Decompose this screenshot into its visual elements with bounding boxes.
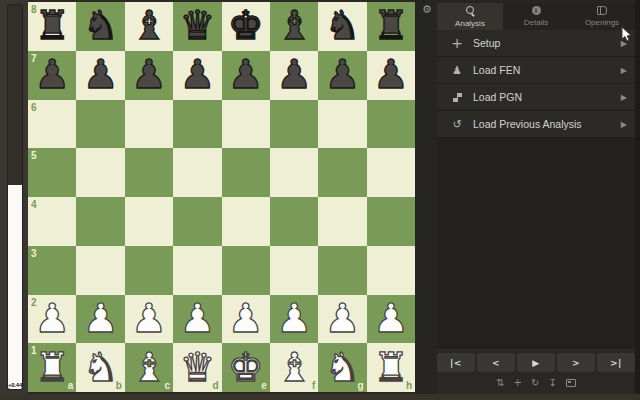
square-f6[interactable] bbox=[270, 100, 318, 149]
piece-white-pawn[interactable]: ♟ bbox=[373, 298, 409, 338]
piece-white-knight[interactable]: ♞ bbox=[325, 347, 361, 387]
square-a8[interactable]: 8♜ bbox=[28, 2, 76, 51]
rank-label: 4 bbox=[31, 199, 37, 210]
piece-black-knight[interactable]: ♞ bbox=[83, 5, 119, 45]
piece-white-knight[interactable]: ♞ bbox=[83, 347, 119, 387]
magnifier-icon bbox=[465, 6, 475, 16]
flip-board-icon[interactable]: ⇅ bbox=[496, 377, 504, 388]
plus-icon: + bbox=[450, 35, 464, 51]
square-g5[interactable] bbox=[318, 148, 366, 197]
square-h5[interactable] bbox=[367, 148, 415, 197]
chevron-right-icon: ▶ bbox=[621, 93, 627, 102]
rank-label: 5 bbox=[31, 150, 37, 161]
square-g7[interactable]: ♟ bbox=[318, 51, 366, 100]
eval-score: +0.44 bbox=[7, 382, 23, 388]
square-g8[interactable]: ♞ bbox=[318, 2, 366, 51]
chess-analysis-app: +0.44 8♜♞♝♛♚♝♞♜7♟♟♟♟♟♟♟♟65432♟♟♟♟♟♟♟♟1a♜… bbox=[0, 0, 640, 400]
piece-white-pawn[interactable]: ♟ bbox=[131, 298, 167, 338]
piece-black-pawn[interactable]: ♟ bbox=[131, 54, 167, 94]
file-label: f bbox=[312, 380, 315, 391]
square-d8[interactable]: ♛ bbox=[173, 2, 221, 51]
piece-black-king[interactable]: ♚ bbox=[228, 5, 264, 45]
square-f7[interactable]: ♟ bbox=[270, 51, 318, 100]
square-e6[interactable] bbox=[222, 100, 270, 149]
chess-board: 8♜♞♝♛♚♝♞♜7♟♟♟♟♟♟♟♟65432♟♟♟♟♟♟♟♟1a♜b♞c♝d♛… bbox=[28, 2, 415, 392]
square-d6[interactable] bbox=[173, 100, 221, 149]
tab-bar: Analysis Details Openings bbox=[437, 3, 635, 30]
board-image-icon[interactable] bbox=[566, 379, 576, 387]
piece-black-pawn[interactable]: ♟ bbox=[276, 54, 312, 94]
square-g6[interactable] bbox=[318, 100, 366, 149]
square-d3[interactable] bbox=[173, 246, 221, 295]
square-a3[interactable]: 3 bbox=[28, 246, 76, 295]
analysis-menu: + Setup ▶ ♟ Load FEN ▶ Load PGN ▶ bbox=[437, 30, 635, 138]
square-a7[interactable]: 7♟ bbox=[28, 51, 76, 100]
menu-item-load-fen[interactable]: ♟ Load FEN ▶ bbox=[437, 57, 635, 84]
eval-gutter: +0.44 bbox=[0, 0, 28, 394]
square-e8[interactable]: ♚ bbox=[222, 2, 270, 51]
chess-pawn-icon: ♟ bbox=[450, 64, 464, 77]
history-icon: ↺ bbox=[450, 118, 464, 131]
square-e5[interactable] bbox=[222, 148, 270, 197]
rank-label: 3 bbox=[31, 248, 37, 259]
square-d5[interactable] bbox=[173, 148, 221, 197]
panel-empty-area bbox=[437, 138, 635, 347]
piece-black-pawn[interactable]: ♟ bbox=[83, 54, 119, 94]
square-g2[interactable]: ♟ bbox=[318, 295, 366, 344]
eval-bar-white-fill bbox=[8, 185, 22, 389]
square-g1[interactable]: g♞ bbox=[318, 343, 366, 392]
rank-label: 6 bbox=[31, 102, 37, 113]
square-b5[interactable] bbox=[76, 148, 124, 197]
square-d2[interactable]: ♟ bbox=[173, 295, 221, 344]
square-b2[interactable]: ♟ bbox=[76, 295, 124, 344]
go-to-start-button[interactable]: |< bbox=[437, 353, 475, 372]
menu-label: Setup bbox=[473, 37, 621, 49]
piece-black-bishop[interactable]: ♝ bbox=[131, 5, 167, 45]
tab-label: Details bbox=[524, 18, 548, 27]
piece-black-pawn[interactable]: ♟ bbox=[325, 54, 361, 94]
panel-content: Analysis Details Openings + Setup ▶ bbox=[437, 0, 635, 394]
square-f5[interactable] bbox=[270, 148, 318, 197]
square-c1[interactable]: c♝ bbox=[125, 343, 173, 392]
chevron-right-icon: ▶ bbox=[621, 120, 627, 129]
square-f4[interactable] bbox=[270, 197, 318, 246]
piece-white-pawn[interactable]: ♟ bbox=[179, 298, 215, 338]
menu-label: Load Previous Analysis bbox=[473, 118, 621, 130]
square-c3[interactable] bbox=[125, 246, 173, 295]
square-f1[interactable]: f♝ bbox=[270, 343, 318, 392]
menu-item-setup[interactable]: + Setup ▶ bbox=[437, 30, 635, 57]
piece-white-pawn[interactable]: ♟ bbox=[83, 298, 119, 338]
bottom-strip bbox=[0, 394, 640, 400]
piece-black-pawn[interactable]: ♟ bbox=[179, 54, 215, 94]
nav-button-row: |< < ▶ > >| bbox=[437, 353, 635, 372]
square-h4[interactable] bbox=[367, 197, 415, 246]
square-a2[interactable]: 2♟ bbox=[28, 295, 76, 344]
square-h3[interactable] bbox=[367, 246, 415, 295]
analysis-panel: ⚙ Analysis Details Openings + bbox=[415, 0, 640, 394]
square-h8[interactable]: ♜ bbox=[367, 2, 415, 51]
piece-white-bishop[interactable]: ♝ bbox=[276, 347, 312, 387]
square-g4[interactable] bbox=[318, 197, 366, 246]
piece-white-pawn[interactable]: ♟ bbox=[34, 298, 70, 338]
piece-white-queen[interactable]: ♛ bbox=[179, 347, 215, 387]
square-h7[interactable]: ♟ bbox=[367, 51, 415, 100]
square-c2[interactable]: ♟ bbox=[125, 295, 173, 344]
tab-analysis[interactable]: Analysis bbox=[437, 3, 503, 30]
download-icon[interactable]: ↧ bbox=[548, 377, 556, 388]
play-button[interactable]: ▶ bbox=[517, 353, 555, 372]
square-b6[interactable] bbox=[76, 100, 124, 149]
menu-label: Load PGN bbox=[473, 91, 621, 103]
piece-white-rook[interactable]: ♜ bbox=[373, 347, 409, 387]
piece-white-pawn[interactable]: ♟ bbox=[276, 298, 312, 338]
panel-right-edge bbox=[635, 0, 640, 394]
square-b1[interactable]: b♞ bbox=[76, 343, 124, 392]
piece-black-pawn[interactable]: ♟ bbox=[34, 54, 70, 94]
piece-black-rook[interactable]: ♜ bbox=[373, 5, 409, 45]
square-c6[interactable] bbox=[125, 100, 173, 149]
square-e4[interactable] bbox=[222, 197, 270, 246]
square-a5[interactable]: 5 bbox=[28, 148, 76, 197]
go-to-end-button[interactable]: >| bbox=[597, 353, 635, 372]
tab-label: Openings bbox=[585, 18, 619, 27]
square-c4[interactable] bbox=[125, 197, 173, 246]
tool-icon-row: ⇅ + ↻ ↧ bbox=[437, 377, 635, 388]
square-b3[interactable] bbox=[76, 246, 124, 295]
square-f8[interactable]: ♝ bbox=[270, 2, 318, 51]
next-move-button[interactable]: > bbox=[557, 353, 595, 372]
square-e3[interactable] bbox=[222, 246, 270, 295]
square-d4[interactable] bbox=[173, 197, 221, 246]
menu-item-load-previous-analysis[interactable]: ↺ Load Previous Analysis ▶ bbox=[437, 111, 635, 138]
piece-black-knight[interactable]: ♞ bbox=[325, 5, 361, 45]
add-icon[interactable]: + bbox=[514, 377, 522, 388]
square-d7[interactable]: ♟ bbox=[173, 51, 221, 100]
info-icon bbox=[532, 6, 541, 15]
square-h1[interactable]: h♜ bbox=[367, 343, 415, 392]
piece-white-rook[interactable]: ♜ bbox=[34, 347, 70, 387]
square-c5[interactable] bbox=[125, 148, 173, 197]
square-f3[interactable] bbox=[270, 246, 318, 295]
square-d1[interactable]: d♛ bbox=[173, 343, 221, 392]
square-a6[interactable]: 6 bbox=[28, 100, 76, 149]
square-b4[interactable] bbox=[76, 197, 124, 246]
square-b8[interactable]: ♞ bbox=[76, 2, 124, 51]
piece-black-queen[interactable]: ♛ bbox=[179, 5, 215, 45]
grid-icon bbox=[450, 93, 464, 102]
tab-details[interactable]: Details bbox=[503, 3, 569, 30]
square-h2[interactable]: ♟ bbox=[367, 295, 415, 344]
piece-white-king[interactable]: ♚ bbox=[228, 347, 264, 387]
piece-white-bishop[interactable]: ♝ bbox=[131, 347, 167, 387]
gear-icon[interactable]: ⚙ bbox=[422, 3, 432, 16]
square-b7[interactable]: ♟ bbox=[76, 51, 124, 100]
square-e7[interactable]: ♟ bbox=[222, 51, 270, 100]
piece-black-pawn[interactable]: ♟ bbox=[228, 54, 264, 94]
square-g3[interactable] bbox=[318, 246, 366, 295]
tab-openings[interactable]: Openings bbox=[569, 3, 635, 30]
tab-label: Analysis bbox=[455, 19, 485, 28]
square-e1[interactable]: e♚ bbox=[222, 343, 270, 392]
book-icon bbox=[597, 6, 607, 15]
square-c8[interactable]: ♝ bbox=[125, 2, 173, 51]
piece-white-pawn[interactable]: ♟ bbox=[325, 298, 361, 338]
square-a1[interactable]: 1a♜ bbox=[28, 343, 76, 392]
menu-label: Load FEN bbox=[473, 64, 621, 76]
piece-white-pawn[interactable]: ♟ bbox=[228, 298, 264, 338]
square-f2[interactable]: ♟ bbox=[270, 295, 318, 344]
piece-black-bishop[interactable]: ♝ bbox=[276, 5, 312, 45]
eval-bar: +0.44 bbox=[7, 4, 23, 390]
piece-black-pawn[interactable]: ♟ bbox=[373, 54, 409, 94]
refresh-icon[interactable]: ↻ bbox=[531, 377, 539, 388]
menu-item-load-pgn[interactable]: Load PGN ▶ bbox=[437, 84, 635, 111]
square-a4[interactable]: 4 bbox=[28, 197, 76, 246]
square-h6[interactable] bbox=[367, 100, 415, 149]
mouse-cursor bbox=[621, 27, 633, 43]
square-c7[interactable]: ♟ bbox=[125, 51, 173, 100]
move-controls: |< < ▶ > >| ⇅ + ↻ ↧ bbox=[437, 347, 635, 394]
chevron-right-icon: ▶ bbox=[621, 66, 627, 75]
piece-black-rook[interactable]: ♜ bbox=[34, 5, 70, 45]
previous-move-button[interactable]: < bbox=[477, 353, 515, 372]
square-e2[interactable]: ♟ bbox=[222, 295, 270, 344]
